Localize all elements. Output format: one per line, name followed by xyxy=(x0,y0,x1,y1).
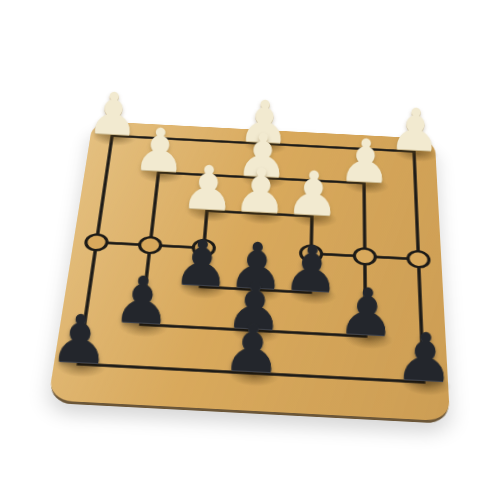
grid-gap xyxy=(104,344,167,391)
grid-gap xyxy=(389,167,442,205)
grid-gap xyxy=(390,202,444,241)
black-pawn[interactable]: ♟ xyxy=(172,231,232,297)
white-pawn[interactable]: ♟ xyxy=(285,162,342,225)
grid-gap xyxy=(79,151,135,188)
grid-gap xyxy=(279,353,337,400)
game-mat: ♟♟♟♟♟♟♟♟♟♟♟♟♟♟♟♟♟♟ xyxy=(48,121,450,421)
point-g1[interactable]: ♟ xyxy=(394,359,453,406)
white-pawn[interactable]: ♟ xyxy=(132,120,188,182)
black-pawn[interactable]: ♟ xyxy=(282,236,342,302)
point-g7[interactable]: ♟ xyxy=(388,134,440,170)
grid-gap xyxy=(337,356,395,403)
point-a1[interactable]: ♟ xyxy=(46,341,110,388)
point-a4[interactable] xyxy=(67,222,126,263)
white-pawn[interactable]: ♟ xyxy=(232,160,289,223)
grid-gap xyxy=(281,311,338,356)
point-b4[interactable] xyxy=(121,225,179,266)
board-rotation-wrapper: ♟♟♟♟♟♟♟♟♟♟♟♟♟♟♟♟♟♟ xyxy=(0,0,500,500)
point-d1[interactable]: ♟ xyxy=(221,350,281,397)
point-b2[interactable]: ♟ xyxy=(110,303,171,348)
point-f6[interactable]: ♟ xyxy=(338,165,390,203)
black-pawn[interactable]: ♟ xyxy=(112,267,173,335)
grid-gap xyxy=(60,260,121,303)
point-a7[interactable]: ♟ xyxy=(84,118,139,154)
white-pawn[interactable]: ♟ xyxy=(179,157,236,220)
grid-gap xyxy=(167,305,227,350)
black-pawn[interactable]: ♟ xyxy=(336,279,397,347)
point-e3[interactable]: ♟ xyxy=(282,271,338,314)
grid-gap xyxy=(126,189,183,228)
grid-gap xyxy=(338,200,391,239)
board-scene: ♟♟♟♟♟♟♟♟♟♟♟♟♟♟♟♟♟♟ xyxy=(63,65,452,454)
point-g4[interactable] xyxy=(391,239,446,280)
board-grid: ♟♟♟♟♟♟♟♟♟♟♟♟♟♟♟♟♟♟ xyxy=(46,118,453,406)
grid-gap xyxy=(163,347,224,394)
grid-gap xyxy=(392,277,449,320)
point-c3[interactable]: ♟ xyxy=(171,266,229,309)
point-f4[interactable] xyxy=(338,236,392,277)
point-f2[interactable]: ♟ xyxy=(337,314,394,359)
point-b6[interactable]: ♟ xyxy=(131,154,186,191)
product-photo-canvas: ♟♟♟♟♟♟♟♟♟♟♟♟♟♟♟♟♟♟ xyxy=(0,0,500,500)
